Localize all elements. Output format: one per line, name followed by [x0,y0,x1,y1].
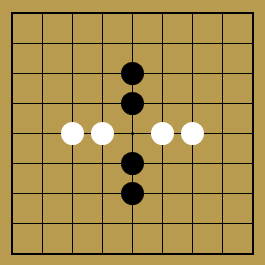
intersection-b2[interactable] [27,208,57,238]
intersection-c6[interactable] [57,88,87,118]
intersection-e7[interactable]: ● [117,58,147,88]
intersection-g8[interactable] [177,28,207,58]
intersection-h2[interactable] [207,208,237,238]
intersection-c5[interactable]: ● [57,118,87,148]
intersection-g6[interactable] [177,88,207,118]
intersection-a1[interactable] [0,238,27,265]
intersection-d4[interactable] [87,148,117,178]
intersection-a8[interactable] [0,28,27,58]
board: ●●●●●●●● [0,0,265,265]
intersection-b8[interactable] [27,28,57,58]
intersection-e6[interactable]: ● [117,88,147,118]
intersection-b9[interactable] [27,0,57,28]
intersection-e2[interactable] [117,208,147,238]
intersection-d1[interactable] [87,238,117,265]
intersection-b4[interactable] [27,148,57,178]
intersection-a3[interactable] [0,178,27,208]
intersection-b7[interactable] [27,58,57,88]
intersection-f6[interactable] [147,88,177,118]
intersection-a5[interactable] [0,118,27,148]
intersection-g5[interactable]: ● [177,118,207,148]
intersection-b6[interactable] [27,88,57,118]
intersection-d6[interactable] [87,88,117,118]
intersection-j6[interactable] [237,88,265,118]
intersection-a4[interactable] [0,148,27,178]
intersection-j3[interactable] [237,178,265,208]
intersection-h6[interactable] [207,88,237,118]
black-stone: ● [121,182,144,205]
intersection-c8[interactable] [57,28,87,58]
intersection-e9[interactable] [117,0,147,28]
intersection-c4[interactable] [57,148,87,178]
intersection-j1[interactable] [237,238,265,265]
intersection-a2[interactable] [0,208,27,238]
hoshi-point [131,132,134,135]
intersection-c7[interactable] [57,58,87,88]
intersection-h5[interactable] [207,118,237,148]
intersection-f9[interactable] [147,0,177,28]
intersection-g2[interactable] [177,208,207,238]
intersection-j9[interactable] [237,0,265,28]
intersection-g4[interactable] [177,148,207,178]
intersection-g3[interactable] [177,178,207,208]
intersection-f4[interactable] [147,148,177,178]
intersection-d3[interactable] [87,178,117,208]
intersection-j4[interactable] [237,148,265,178]
intersection-d5[interactable]: ● [87,118,117,148]
intersection-d2[interactable] [87,208,117,238]
intersection-h1[interactable] [207,238,237,265]
intersection-e3[interactable]: ● [117,178,147,208]
white-stone: ● [151,122,174,145]
intersection-g1[interactable] [177,238,207,265]
intersection-a9[interactable] [0,0,27,28]
intersection-f8[interactable] [147,28,177,58]
intersection-b3[interactable] [27,178,57,208]
intersection-c2[interactable] [57,208,87,238]
intersection-c9[interactable] [57,0,87,28]
intersection-h3[interactable] [207,178,237,208]
white-stone: ● [91,122,114,145]
intersection-d7[interactable] [87,58,117,88]
intersection-a7[interactable] [0,58,27,88]
intersection-c3[interactable] [57,178,87,208]
intersection-j8[interactable] [237,28,265,58]
intersection-b1[interactable] [27,238,57,265]
intersection-c1[interactable] [57,238,87,265]
goban: ●●●●●●●● [0,0,265,265]
intersection-h7[interactable] [207,58,237,88]
black-stone: ● [121,92,144,115]
intersection-j7[interactable] [237,58,265,88]
intersection-j2[interactable] [237,208,265,238]
intersection-e8[interactable] [117,28,147,58]
intersection-d9[interactable] [87,0,117,28]
intersection-f3[interactable] [147,178,177,208]
intersection-d8[interactable] [87,28,117,58]
intersection-j5[interactable] [237,118,265,148]
intersection-e4[interactable]: ● [117,148,147,178]
black-stone: ● [121,62,144,85]
intersection-h9[interactable] [207,0,237,28]
intersection-f7[interactable] [147,58,177,88]
intersection-f5[interactable]: ● [147,118,177,148]
intersection-g9[interactable] [177,0,207,28]
black-stone: ● [121,152,144,175]
intersection-f2[interactable] [147,208,177,238]
intersection-a6[interactable] [0,88,27,118]
intersection-h8[interactable] [207,28,237,58]
intersection-h4[interactable] [207,148,237,178]
intersection-e1[interactable] [117,238,147,265]
intersection-b5[interactable] [27,118,57,148]
white-stone: ● [61,122,84,145]
intersection-e5[interactable] [117,118,147,148]
white-stone: ● [181,122,204,145]
intersection-g7[interactable] [177,58,207,88]
intersection-f1[interactable] [147,238,177,265]
